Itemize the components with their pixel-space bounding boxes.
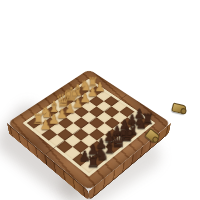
brass-clasp-upper	[171, 102, 187, 114]
chess-set-photo: ♜♞♝♛♚♝♞♜♟♟♟♟♟♟♟♟♟♟♟♟♟♟♟♟♜♞♝♛♚♝♞♜ chess	[0, 0, 200, 200]
fold-seam-line	[46, 156, 48, 166]
square-f6	[105, 117, 121, 128]
